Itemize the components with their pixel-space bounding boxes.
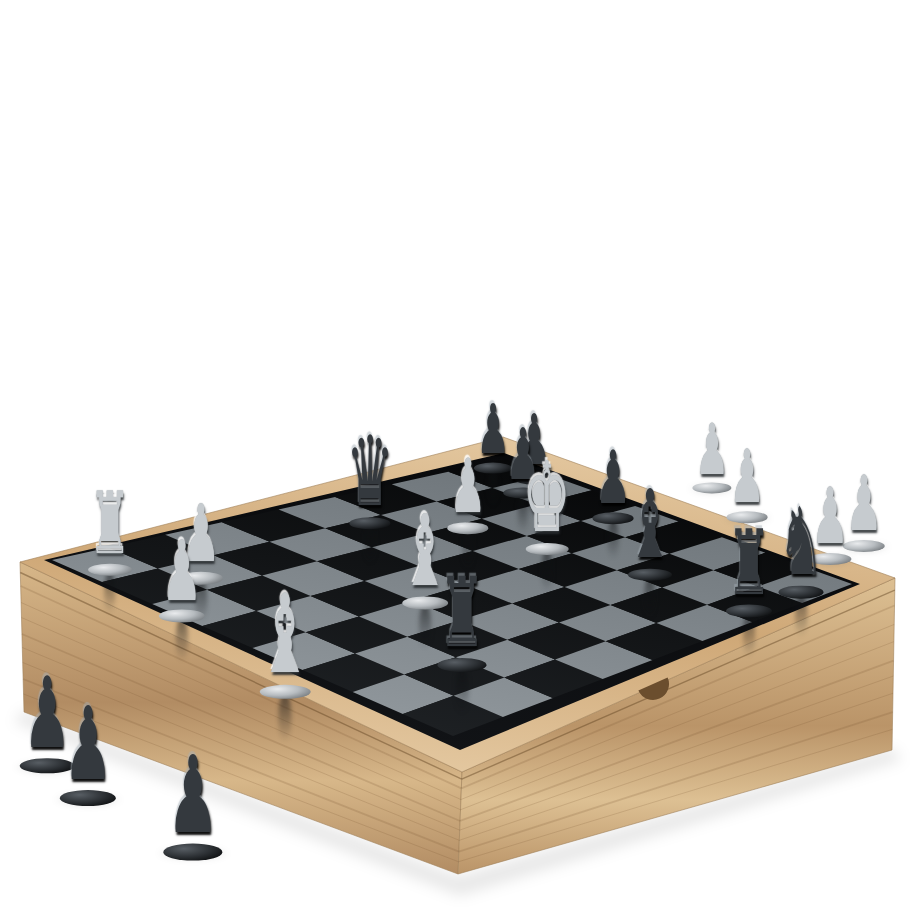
chess-board xyxy=(0,0,922,922)
product-photo-chess-set: ♟♟♟♟♟♟♛♟♟♚♟♜♝♟♞♝♜♟♜♝♟♟♟ xyxy=(0,0,922,922)
